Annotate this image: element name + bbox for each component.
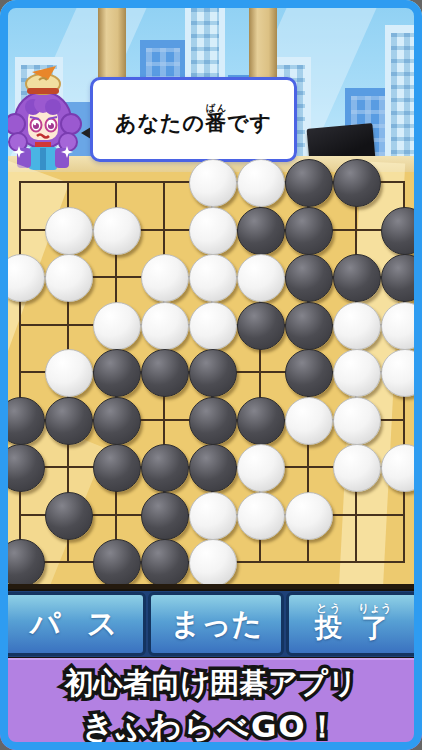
- pass-button[interactable]: パス: [1, 592, 146, 656]
- skyscraper: [385, 25, 422, 172]
- stone-black: [93, 397, 141, 445]
- stone-white: [45, 349, 93, 397]
- turn-message: あなたの番ばんです: [115, 103, 272, 137]
- go-board[interactable]: [0, 172, 422, 588]
- stone-white: [285, 397, 333, 445]
- stone-white: [189, 207, 237, 255]
- stone-black: [141, 349, 189, 397]
- stone-black: [333, 159, 381, 207]
- stone-black: [285, 254, 333, 302]
- stone-black: [381, 254, 422, 302]
- stone-white: [333, 397, 381, 445]
- turn-message-kanji: 番: [205, 111, 227, 135]
- stone-black: [0, 397, 45, 445]
- stone-white: [285, 492, 333, 540]
- stone-white: [381, 349, 422, 397]
- stone-white: [333, 302, 381, 350]
- stone-white: [93, 302, 141, 350]
- stone-black: [285, 302, 333, 350]
- stone-white: [45, 207, 93, 255]
- undo-button[interactable]: まった: [148, 592, 283, 656]
- stone-white: [189, 254, 237, 302]
- stone-white: [0, 254, 45, 302]
- banner-title-line2: きふわらべGO！: [82, 706, 339, 748]
- stone-black: [141, 444, 189, 492]
- stone-black: [237, 397, 285, 445]
- stone-black: [45, 492, 93, 540]
- control-button-row: パス まった 投とう了りょう: [0, 589, 422, 660]
- turn-message-furigana: ばん: [205, 103, 227, 113]
- stone-white: [381, 302, 422, 350]
- stone-white: [93, 207, 141, 255]
- stone-black: [237, 302, 285, 350]
- character-girl: [2, 62, 84, 170]
- stone-black: [45, 397, 93, 445]
- banner-title-line1: 初心者向け囲碁アプリ: [65, 664, 358, 704]
- stone-white: [189, 159, 237, 207]
- stone-white: [237, 444, 285, 492]
- stone-white: [189, 492, 237, 540]
- stone-black: [93, 349, 141, 397]
- stone-white: [237, 254, 285, 302]
- stone-white: [189, 539, 237, 587]
- stone-white: [141, 254, 189, 302]
- stone-black: [93, 444, 141, 492]
- stone-white: [237, 492, 285, 540]
- resign-button[interactable]: 投とう了りょう: [286, 592, 421, 656]
- stone-black: [381, 207, 422, 255]
- stone-black: [285, 159, 333, 207]
- resign-button-label: 投とう了りょう: [315, 603, 392, 646]
- stone-black: [189, 397, 237, 445]
- stone-white: [45, 254, 93, 302]
- stone-white: [333, 444, 381, 492]
- stone-black: [285, 207, 333, 255]
- resign-kanji-1: 投: [315, 612, 342, 643]
- stone-black: [285, 349, 333, 397]
- stone-white: [333, 349, 381, 397]
- stone-white: [237, 159, 285, 207]
- stone-black: [93, 539, 141, 587]
- stone-white: [189, 302, 237, 350]
- stone-black: [333, 254, 381, 302]
- turn-message-post: です: [227, 111, 272, 135]
- stone-black: [141, 492, 189, 540]
- resign-furigana-1: とう: [315, 602, 342, 615]
- stone-white: [381, 444, 422, 492]
- stone-black: [189, 349, 237, 397]
- stone-black: [189, 444, 237, 492]
- pass-button-label: パス: [4, 604, 143, 645]
- undo-button-label: まった: [170, 604, 262, 645]
- stone-white: [141, 302, 189, 350]
- stone-black: [141, 539, 189, 587]
- resign-kanji-2: 了: [358, 612, 392, 643]
- stone-black: [237, 207, 285, 255]
- app-screen: あなたの番ばんです パス まった 投とう了りょう 初心者向け囲碁アプリ きふわら…: [0, 0, 422, 750]
- app-banner: 初心者向け囲碁アプリ きふわらべGO！: [0, 658, 422, 750]
- turn-message-pre: あなたの: [115, 111, 205, 135]
- resign-furigana-2: りょう: [358, 602, 392, 615]
- speech-bubble: あなたの番ばんです: [90, 77, 297, 162]
